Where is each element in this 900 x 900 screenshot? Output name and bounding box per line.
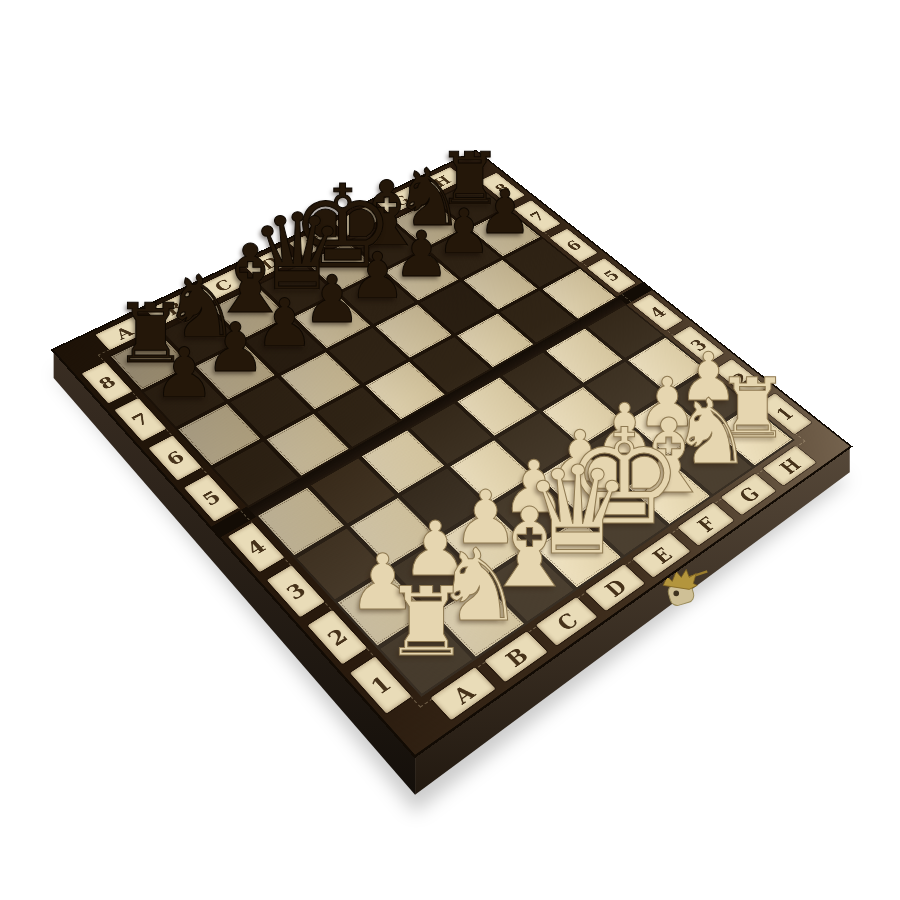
piece-white-rook-a1[interactable]: ♜ [383,575,469,671]
photo-stage: AA88BB77CC66DD55EE44FF33GG22HH11 ♜♞♝♛♚♝♞… [0,0,900,900]
corner-a8 [52,349,55,351]
clasp-hole [673,591,679,597]
piece-black-pawn-a7[interactable]: ♟ [153,339,215,408]
clasp-anchor [674,566,677,569]
